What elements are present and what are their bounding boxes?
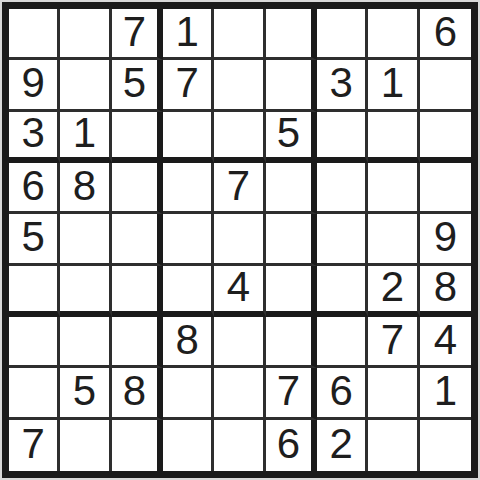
sudoku-cell[interactable] [214, 112, 265, 163]
given-digit: 7 [227, 165, 250, 209]
sudoku-cell[interactable] [112, 317, 163, 368]
given-digit: 5 [21, 216, 44, 260]
given-digit: 1 [175, 11, 198, 55]
sudoku-cell[interactable] [60, 420, 111, 471]
sudoku-cell[interactable] [368, 368, 419, 419]
given-digit: 2 [329, 423, 352, 467]
sudoku-cell[interactable]: 1 [163, 9, 214, 60]
sudoku-cell[interactable] [112, 420, 163, 471]
sudoku-cell[interactable] [420, 163, 471, 214]
sudoku-cell[interactable] [368, 214, 419, 265]
sudoku-cell[interactable] [60, 214, 111, 265]
given-digit: 3 [21, 112, 44, 156]
sudoku-cell[interactable] [420, 420, 471, 471]
sudoku-cell[interactable]: 7 [214, 163, 265, 214]
sudoku-cell[interactable] [317, 214, 368, 265]
sudoku-cell[interactable] [214, 368, 265, 419]
given-digit: 6 [434, 11, 457, 55]
sudoku-cell[interactable] [368, 420, 419, 471]
sudoku-cell[interactable] [266, 60, 317, 111]
sudoku-cell[interactable]: 8 [163, 317, 214, 368]
given-digit: 7 [21, 423, 44, 467]
sudoku-cell[interactable]: 2 [317, 420, 368, 471]
sudoku-cell[interactable]: 6 [317, 368, 368, 419]
board-frame: 716957313156875942887458761762 [0, 0, 480, 480]
sudoku-cell[interactable]: 4 [420, 317, 471, 368]
sudoku-cell[interactable]: 7 [368, 317, 419, 368]
sudoku-cell[interactable]: 7 [266, 368, 317, 419]
given-digit: 9 [434, 216, 457, 260]
sudoku-cell[interactable]: 3 [9, 112, 60, 163]
sudoku-cell[interactable] [266, 317, 317, 368]
sudoku-cell[interactable] [60, 60, 111, 111]
sudoku-board: 716957313156875942887458761762 [2, 2, 478, 478]
given-digit: 8 [434, 266, 457, 310]
sudoku-cell[interactable] [214, 420, 265, 471]
sudoku-cell[interactable]: 7 [163, 60, 214, 111]
given-digit: 7 [381, 319, 404, 363]
sudoku-cell[interactable] [214, 317, 265, 368]
sudoku-cell[interactable]: 1 [60, 112, 111, 163]
sudoku-cell[interactable]: 9 [420, 214, 471, 265]
sudoku-cell[interactable] [266, 266, 317, 317]
given-digit: 6 [21, 165, 44, 209]
sudoku-cell[interactable] [9, 368, 60, 419]
sudoku-cell[interactable]: 1 [420, 368, 471, 419]
given-digit: 1 [73, 112, 96, 156]
sudoku-cell[interactable]: 6 [9, 163, 60, 214]
sudoku-cell[interactable] [368, 112, 419, 163]
given-digit: 7 [277, 370, 300, 414]
sudoku-cell[interactable] [214, 9, 265, 60]
given-digit: 5 [123, 62, 146, 106]
given-digit: 3 [329, 62, 352, 106]
sudoku-cell[interactable] [214, 214, 265, 265]
given-digit: 7 [175, 62, 198, 106]
sudoku-cell[interactable]: 1 [368, 60, 419, 111]
sudoku-cell[interactable] [420, 112, 471, 163]
sudoku-cell[interactable] [9, 317, 60, 368]
given-digit: 8 [73, 165, 96, 209]
sudoku-cell[interactable] [163, 163, 214, 214]
sudoku-cell[interactable]: 8 [420, 266, 471, 317]
sudoku-cell[interactable] [368, 163, 419, 214]
sudoku-cell[interactable]: 4 [214, 266, 265, 317]
sudoku-cell[interactable]: 8 [112, 368, 163, 419]
sudoku-cell[interactable] [266, 214, 317, 265]
sudoku-cell[interactable] [60, 266, 111, 317]
sudoku-cell[interactable] [163, 266, 214, 317]
sudoku-cell[interactable]: 9 [9, 60, 60, 111]
sudoku-cell[interactable]: 6 [266, 420, 317, 471]
sudoku-cell[interactable]: 7 [112, 9, 163, 60]
sudoku-cell[interactable] [266, 163, 317, 214]
sudoku-cell[interactable] [112, 214, 163, 265]
sudoku-cell[interactable] [112, 266, 163, 317]
given-digit: 9 [21, 62, 44, 106]
given-digit: 6 [277, 423, 300, 467]
given-digit: 8 [123, 370, 146, 414]
given-digit: 2 [381, 266, 404, 310]
given-digit: 4 [227, 266, 250, 310]
given-digit: 1 [381, 62, 404, 106]
given-digit: 5 [73, 370, 96, 414]
given-digit: 1 [434, 370, 457, 414]
sudoku-cell[interactable] [368, 9, 419, 60]
sudoku-cell[interactable]: 8 [60, 163, 111, 214]
sudoku-cell[interactable]: 7 [9, 420, 60, 471]
given-digit: 7 [123, 11, 146, 55]
sudoku-cell[interactable] [9, 9, 60, 60]
sudoku-cell[interactable]: 5 [266, 112, 317, 163]
sudoku-cell[interactable] [9, 266, 60, 317]
given-digit: 6 [329, 370, 352, 414]
sudoku-cell[interactable] [163, 368, 214, 419]
sudoku-cell[interactable] [112, 163, 163, 214]
sudoku-cell[interactable]: 5 [9, 214, 60, 265]
sudoku-cell[interactable]: 6 [420, 9, 471, 60]
sudoku-cell[interactable]: 2 [368, 266, 419, 317]
sudoku-cell[interactable]: 5 [112, 60, 163, 111]
sudoku-cell[interactable] [112, 112, 163, 163]
sudoku-cell[interactable] [214, 60, 265, 111]
sudoku-cell[interactable]: 5 [60, 368, 111, 419]
sudoku-cell[interactable]: 3 [317, 60, 368, 111]
sudoku-cell[interactable] [317, 163, 368, 214]
given-digit: 8 [175, 319, 198, 363]
sudoku-cell[interactable] [163, 112, 214, 163]
sudoku-cell[interactable] [317, 112, 368, 163]
sudoku-cell[interactable] [317, 266, 368, 317]
given-digit: 4 [434, 319, 457, 363]
sudoku-cell[interactable] [60, 317, 111, 368]
sudoku-cell[interactable] [317, 317, 368, 368]
sudoku-cell[interactable] [163, 420, 214, 471]
sudoku-cell[interactable] [266, 9, 317, 60]
sudoku-cell[interactable] [420, 60, 471, 111]
sudoku-cell[interactable] [317, 9, 368, 60]
given-digit: 5 [277, 112, 300, 156]
sudoku-cell[interactable] [60, 9, 111, 60]
sudoku-cell[interactable] [163, 214, 214, 265]
